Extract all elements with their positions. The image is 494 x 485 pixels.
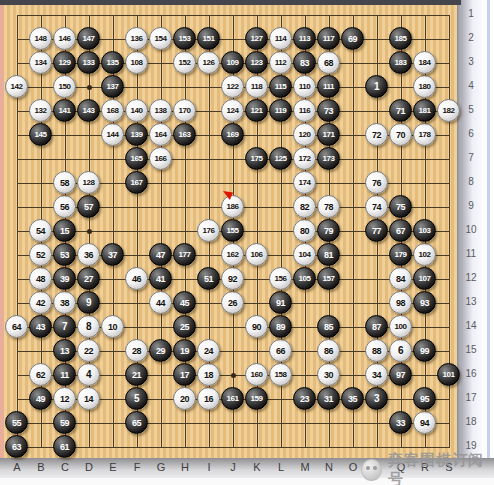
- stone-61-C19: 61: [53, 435, 76, 458]
- stone-4-D16: 4: [77, 363, 100, 386]
- stone-24-I15: 24: [197, 339, 220, 362]
- stone-165-F7: 165: [125, 147, 148, 170]
- stone-18-I16: 18: [197, 363, 220, 386]
- stone-25-H14: 25: [173, 315, 196, 338]
- stone-92-J12: 92: [221, 267, 244, 290]
- stone-183-Q3: 183: [389, 51, 412, 74]
- stone-42-B13: 42: [29, 291, 52, 314]
- stone-83-M3: 83: [293, 51, 316, 74]
- stone-145-B6: 145: [29, 123, 52, 146]
- row-label-19: 19: [462, 440, 480, 451]
- row-label-9: 9: [462, 200, 480, 211]
- stone-104-M11: 104: [293, 243, 316, 266]
- stone-44-G13: 44: [149, 291, 172, 314]
- row-label-10: 10: [462, 224, 480, 235]
- stone-133-D3: 133: [77, 51, 100, 74]
- stone-181-R5: 181: [413, 99, 436, 122]
- stone-98-Q13: 98: [389, 291, 412, 314]
- stone-35-O17: 35: [341, 387, 364, 410]
- stone-88-P15: 88: [365, 339, 388, 362]
- stone-70-Q6: 70: [389, 123, 412, 146]
- stone-58-C8: 58: [53, 171, 76, 194]
- stone-161-J17: 161: [221, 387, 244, 410]
- stone-157-N12: 157: [317, 267, 340, 290]
- stone-72-P6: 72: [365, 123, 388, 146]
- stone-110-M4: 110: [293, 75, 316, 98]
- stone-89-L14: 89: [269, 315, 292, 338]
- stone-93-R13: 93: [413, 291, 436, 314]
- stone-37-E11: 37: [101, 243, 124, 266]
- stone-108-F3: 108: [125, 51, 148, 74]
- stone-106-K11: 106: [245, 243, 268, 266]
- stone-28-F15: 28: [125, 339, 148, 362]
- stone-115-L4: 115: [269, 75, 292, 98]
- stone-73-N5: 73: [317, 99, 340, 122]
- stone-11-C16: 11: [53, 363, 76, 386]
- stone-17-H16: 17: [173, 363, 196, 386]
- stone-20-H17: 20: [173, 387, 196, 410]
- stone-136-F2: 136: [125, 27, 148, 50]
- stone-15-C10: 15: [53, 219, 76, 242]
- stone-85-N14: 85: [317, 315, 340, 338]
- stone-77-P10: 77: [365, 219, 388, 242]
- stone-170-H5: 170: [173, 99, 196, 122]
- stone-78-N9: 78: [317, 195, 340, 218]
- stone-105-M12: 105: [293, 267, 316, 290]
- stone-91-L13: 91: [269, 291, 292, 314]
- stone-66-L15: 66: [269, 339, 292, 362]
- stone-55-A18: 55: [5, 411, 28, 434]
- stone-120-M6: 120: [293, 123, 316, 146]
- stone-64-A14: 64: [5, 315, 28, 338]
- col-label-H: H: [176, 461, 194, 473]
- row-label-18: 18: [462, 416, 480, 427]
- go-diagram-screenshot: 1345678910111213141516171819202122232425…: [0, 0, 494, 485]
- row-label-11: 11: [462, 248, 480, 259]
- stone-122-J4: 122: [221, 75, 244, 98]
- row-label-8: 8: [462, 176, 480, 187]
- row-label-13: 13: [462, 296, 480, 307]
- stone-140-F5: 140: [125, 99, 148, 122]
- stone-23-M17: 23: [293, 387, 316, 410]
- stone-79-N10: 79: [317, 219, 340, 242]
- stone-97-Q16: 97: [389, 363, 412, 386]
- stone-119-L5: 119: [269, 99, 292, 122]
- stone-116-M5: 116: [293, 99, 316, 122]
- stone-47-G11: 47: [149, 243, 172, 266]
- watermark: 弈客围棋订阅号: [361, 451, 494, 485]
- stone-12-C17: 12: [53, 387, 76, 410]
- row-label-5: 5: [462, 104, 480, 115]
- stone-127-K2: 127: [245, 27, 268, 50]
- stone-171-N6: 171: [317, 123, 340, 146]
- stone-22-D15: 22: [77, 339, 100, 362]
- stone-160-K16: 160: [245, 363, 268, 386]
- stone-144-E6: 144: [101, 123, 124, 146]
- row-label-14: 14: [462, 320, 480, 331]
- stone-99-R15: 99: [413, 339, 436, 362]
- stone-178-R6: 178: [413, 123, 436, 146]
- stone-176-I10: 176: [197, 219, 220, 242]
- stone-134-B3: 134: [29, 51, 52, 74]
- stone-10-E14: 10: [101, 315, 124, 338]
- col-label-J: J: [224, 461, 242, 473]
- stone-142-A4: 142: [5, 75, 28, 98]
- stone-49-B17: 49: [29, 387, 52, 410]
- stone-167-F8: 167: [125, 171, 148, 194]
- stone-38-C13: 38: [53, 291, 76, 314]
- stone-128-D8: 128: [77, 171, 100, 194]
- stone-16-I17: 16: [197, 387, 220, 410]
- stone-118-K4: 118: [245, 75, 268, 98]
- stone-103-R10: 103: [413, 219, 436, 242]
- row-label-6: 6: [462, 128, 480, 139]
- stone-52-B11: 52: [29, 243, 52, 266]
- col-label-D: D: [80, 461, 98, 473]
- stone-76-P8: 76: [365, 171, 388, 194]
- row-label-16: 16: [462, 368, 480, 379]
- stone-3-P17: 3: [365, 387, 388, 410]
- stone-80-M10: 80: [293, 219, 316, 242]
- grid-hline: [17, 423, 450, 424]
- stone-173-N7: 173: [317, 147, 340, 170]
- stone-107-R12: 107: [413, 267, 436, 290]
- stone-184-R3: 184: [413, 51, 436, 74]
- stone-124-J5: 124: [221, 99, 244, 122]
- stone-168-E5: 168: [101, 99, 124, 122]
- stone-9-D13: 9: [77, 291, 100, 314]
- panda-logo-icon: [361, 459, 382, 481]
- col-label-C: C: [56, 461, 74, 473]
- stone-158-L16: 158: [269, 363, 292, 386]
- stone-180-R4: 180: [413, 75, 436, 98]
- stone-33-Q18: 33: [389, 411, 412, 434]
- stone-172-M7: 172: [293, 147, 316, 170]
- stone-13-C15: 13: [53, 339, 76, 362]
- stone-51-I12: 51: [197, 267, 220, 290]
- stone-146-C2: 146: [53, 27, 76, 50]
- stone-186-J9: 186: [221, 195, 244, 218]
- stone-163-H6: 163: [173, 123, 196, 146]
- stone-182-S5: 182: [437, 99, 460, 122]
- stone-56-C9: 56: [53, 195, 76, 218]
- row-label-15: 15: [462, 344, 480, 355]
- stone-29-G15: 29: [149, 339, 172, 362]
- stone-62-B16: 62: [29, 363, 52, 386]
- row-label-7: 7: [462, 152, 480, 163]
- stone-185-Q2: 185: [389, 27, 412, 50]
- col-label-O: O: [344, 461, 362, 473]
- stone-117-N2: 117: [317, 27, 340, 50]
- star-point-D4: [87, 85, 92, 90]
- col-label-A: A: [8, 461, 26, 473]
- stone-45-H13: 45: [173, 291, 196, 314]
- stone-27-D12: 27: [77, 267, 100, 290]
- stone-125-L7: 125: [269, 147, 292, 170]
- grid-hline: [17, 447, 450, 448]
- stone-135-E3: 135: [101, 51, 124, 74]
- stone-175-K7: 175: [245, 147, 268, 170]
- stone-138-G5: 138: [149, 99, 172, 122]
- stone-48-B12: 48: [29, 267, 52, 290]
- col-label-E: E: [104, 461, 122, 473]
- col-label-B: B: [32, 461, 50, 473]
- col-label-F: F: [128, 461, 146, 473]
- stone-57-D9: 57: [77, 195, 100, 218]
- stone-84-Q12: 84: [389, 267, 412, 290]
- row-label-12: 12: [462, 272, 480, 283]
- stone-126-I3: 126: [197, 51, 220, 74]
- stone-7-C14: 7: [53, 315, 76, 338]
- stone-102-R11: 102: [413, 243, 436, 266]
- stone-94-R18: 94: [413, 411, 436, 434]
- stone-177-H11: 177: [173, 243, 196, 266]
- stone-54-B10: 54: [29, 219, 52, 242]
- stone-87-P14: 87: [365, 315, 388, 338]
- stone-121-K5: 121: [245, 99, 268, 122]
- stone-82-M9: 82: [293, 195, 316, 218]
- row-label-1: 1: [462, 8, 480, 19]
- stone-129-C3: 129: [53, 51, 76, 74]
- stone-164-G6: 164: [149, 123, 172, 146]
- stone-100-Q14: 100: [389, 315, 412, 338]
- stone-169-J6: 169: [221, 123, 244, 146]
- col-label-K: K: [248, 461, 266, 473]
- row-label-2: 2: [462, 32, 480, 43]
- stone-159-K17: 159: [245, 387, 268, 410]
- stone-6-Q15: 6: [389, 339, 412, 362]
- stone-150-C4: 150: [53, 75, 76, 98]
- stone-148-B2: 148: [29, 27, 52, 50]
- stone-166-G7: 166: [149, 147, 172, 170]
- stone-151-I2: 151: [197, 27, 220, 50]
- stone-141-C5: 141: [53, 99, 76, 122]
- watermark-text: 弈客围棋订阅号: [388, 451, 494, 485]
- right-margin-line: [487, 0, 490, 485]
- row-label-17: 17: [462, 392, 480, 403]
- stone-69-O2: 69: [341, 27, 364, 50]
- stone-174-M8: 174: [293, 171, 316, 194]
- stone-179-Q11: 179: [389, 243, 412, 266]
- stone-68-N3: 68: [317, 51, 340, 74]
- stone-26-J13: 26: [221, 291, 244, 314]
- stone-114-L2: 114: [269, 27, 292, 50]
- col-label-M: M: [296, 461, 314, 473]
- stone-59-C18: 59: [53, 411, 76, 434]
- stone-74-P9: 74: [365, 195, 388, 218]
- stone-43-B14: 43: [29, 315, 52, 338]
- stone-147-D2: 147: [77, 27, 100, 50]
- stone-53-C11: 53: [53, 243, 76, 266]
- stone-46-F12: 46: [125, 267, 148, 290]
- stone-111-N4: 111: [317, 75, 340, 98]
- stone-123-K3: 123: [245, 51, 268, 74]
- stone-75-Q9: 75: [389, 195, 412, 218]
- stone-81-N11: 81: [317, 243, 340, 266]
- star-point-D10: [87, 229, 92, 234]
- stone-31-N17: 31: [317, 387, 340, 410]
- stone-65-F18: 65: [125, 411, 148, 434]
- stone-112-L3: 112: [269, 51, 292, 74]
- grid-vline: [353, 15, 354, 448]
- stone-14-D17: 14: [77, 387, 100, 410]
- stone-139-F6: 139: [125, 123, 148, 146]
- row-label-3: 3: [462, 56, 480, 67]
- stone-86-N15: 86: [317, 339, 340, 362]
- stone-41-G12: 41: [149, 267, 172, 290]
- stone-90-K14: 90: [245, 315, 268, 338]
- stone-71-Q5: 71: [389, 99, 412, 122]
- stone-34-P16: 34: [365, 363, 388, 386]
- star-point-J16: [231, 373, 236, 378]
- stone-152-H3: 152: [173, 51, 196, 74]
- stone-39-C12: 39: [53, 267, 76, 290]
- row-label-4: 4: [462, 80, 480, 91]
- col-label-I: I: [200, 461, 218, 473]
- col-label-N: N: [320, 461, 338, 473]
- stone-5-F17: 5: [125, 387, 148, 410]
- stone-101-S16: 101: [437, 363, 460, 386]
- stone-162-J11: 162: [221, 243, 244, 266]
- stone-132-B5: 132: [29, 99, 52, 122]
- stone-1-P4: 1: [365, 75, 388, 98]
- stone-143-D5: 143: [77, 99, 100, 122]
- stone-109-J3: 109: [221, 51, 244, 74]
- stone-155-J10: 155: [221, 219, 244, 242]
- col-label-L: L: [272, 461, 290, 473]
- stone-8-D14: 8: [77, 315, 100, 338]
- stone-137-E4: 137: [101, 75, 124, 98]
- stone-154-G2: 154: [149, 27, 172, 50]
- stone-63-A19: 63: [5, 435, 28, 458]
- stone-30-N16: 30: [317, 363, 340, 386]
- stone-156-L12: 156: [269, 267, 292, 290]
- stone-19-H15: 19: [173, 339, 196, 362]
- stone-95-R17: 95: [413, 387, 436, 410]
- stone-36-D11: 36: [77, 243, 100, 266]
- stone-113-M2: 113: [293, 27, 316, 50]
- stone-67-Q10: 67: [389, 219, 412, 242]
- stone-21-F16: 21: [125, 363, 148, 386]
- col-label-G: G: [152, 461, 170, 473]
- stone-153-H2: 153: [173, 27, 196, 50]
